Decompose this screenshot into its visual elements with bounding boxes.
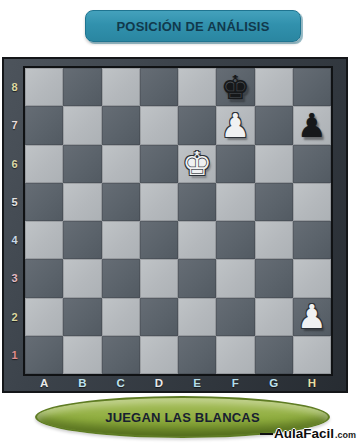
square-d7 (140, 106, 178, 144)
square-d3 (140, 259, 178, 297)
square-f8: ♚ (216, 68, 254, 106)
square-g7 (255, 106, 293, 144)
square-e8 (178, 68, 216, 106)
rank-label-8: 8 (4, 68, 25, 106)
file-label-c: C (102, 374, 140, 391)
square-d2 (140, 298, 178, 336)
square-d6 (140, 145, 178, 183)
square-b3 (63, 259, 101, 297)
square-a1 (25, 336, 63, 374)
rank-label-6: 6 (4, 145, 25, 183)
square-f6 (216, 145, 254, 183)
square-h1 (293, 336, 331, 374)
square-e5 (178, 183, 216, 221)
square-b7 (63, 106, 101, 144)
file-label-g: G (255, 374, 293, 391)
square-c1 (102, 336, 140, 374)
square-d8 (140, 68, 178, 106)
square-g2 (255, 298, 293, 336)
square-b8 (63, 68, 101, 106)
file-label-h: H (293, 374, 331, 391)
brand-dash-icon (260, 433, 273, 435)
square-h5 (293, 183, 331, 221)
rank-label-4: 4 (4, 221, 25, 259)
square-h2: ♟ (293, 298, 331, 336)
analysis-title-label: POSICIÓN DE ANÁLISIS (116, 19, 269, 34)
square-e2 (178, 298, 216, 336)
square-b4 (63, 221, 101, 259)
rank-labels: 87654321 (4, 68, 25, 374)
square-e3 (178, 259, 216, 297)
analysis-title-banner: POSICIÓN DE ANÁLISIS (85, 10, 301, 42)
rank-label-1: 1 (4, 336, 25, 374)
square-c7 (102, 106, 140, 144)
square-g3 (255, 259, 293, 297)
square-h3 (293, 259, 331, 297)
square-d5 (140, 183, 178, 221)
rank-label-2: 2 (4, 298, 25, 336)
square-b6 (63, 145, 101, 183)
rank-label-5: 5 (4, 183, 25, 221)
square-f3 (216, 259, 254, 297)
brand-name: AulaFacil (274, 426, 334, 441)
board-grid: ♚♟♟♚♟ (25, 68, 331, 374)
square-g4 (255, 221, 293, 259)
page: POSICIÓN DE ANÁLISIS ♚♟♟♚♟ 87654321 ABCD… (0, 0, 358, 444)
square-g6 (255, 145, 293, 183)
square-c2 (102, 298, 140, 336)
square-h6 (293, 145, 331, 183)
square-f1 (216, 336, 254, 374)
turn-banner-label: JUEGAN LAS BLANCAS (105, 410, 260, 425)
square-e1 (178, 336, 216, 374)
square-e4 (178, 221, 216, 259)
square-h4 (293, 221, 331, 259)
square-h7: ♟ (293, 106, 331, 144)
square-g8 (255, 68, 293, 106)
white-pawn-f7: ♟ (216, 106, 254, 144)
square-a3 (25, 259, 63, 297)
square-e6: ♚ (178, 145, 216, 183)
black-king-f8: ♚ (216, 68, 254, 106)
square-a5 (25, 183, 63, 221)
square-a7 (25, 106, 63, 144)
square-c4 (102, 221, 140, 259)
white-pawn-h2: ♟ (293, 298, 331, 336)
square-f5 (216, 183, 254, 221)
square-b1 (63, 336, 101, 374)
square-f7: ♟ (216, 106, 254, 144)
file-label-b: B (63, 374, 101, 391)
brand-logo: AulaFacil .com (260, 426, 356, 441)
square-c8 (102, 68, 140, 106)
chess-board: ♚♟♟♚♟ 87654321 ABCDEFGH (2, 57, 348, 393)
square-e7 (178, 106, 216, 144)
square-g5 (255, 183, 293, 221)
file-label-a: A (25, 374, 63, 391)
square-d1 (140, 336, 178, 374)
rank-label-7: 7 (4, 106, 25, 144)
file-label-f: F (216, 374, 254, 391)
square-f4 (216, 221, 254, 259)
brand-tld: .com (335, 430, 356, 440)
square-f2 (216, 298, 254, 336)
square-b5 (63, 183, 101, 221)
square-h8 (293, 68, 331, 106)
square-g1 (255, 336, 293, 374)
square-a8 (25, 68, 63, 106)
square-a6 (25, 145, 63, 183)
square-a4 (25, 221, 63, 259)
square-c5 (102, 183, 140, 221)
square-c6 (102, 145, 140, 183)
file-label-e: E (178, 374, 216, 391)
square-d4 (140, 221, 178, 259)
square-a2 (25, 298, 63, 336)
white-king-e6: ♚ (178, 145, 216, 183)
square-b2 (63, 298, 101, 336)
file-label-d: D (140, 374, 178, 391)
black-pawn-h7: ♟ (293, 106, 331, 144)
rank-label-3: 3 (4, 259, 25, 297)
square-c3 (102, 259, 140, 297)
file-labels: ABCDEFGH (25, 374, 331, 391)
